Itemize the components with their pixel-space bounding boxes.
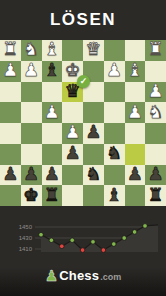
square-g4[interactable]	[125, 123, 146, 144]
pawn-logo-icon: ♟	[45, 267, 58, 285]
square-h6[interactable]: ♟	[145, 82, 166, 103]
data-point-5-red	[80, 248, 85, 253]
white-knight[interactable]: ♞	[23, 40, 39, 58]
header-title: LÖSEN	[50, 10, 116, 30]
black-rook[interactable]: ♜	[44, 186, 60, 204]
square-f4[interactable]	[104, 123, 125, 144]
square-b2[interactable]: ♟	[21, 165, 42, 186]
white-pawn[interactable]: ♟	[23, 61, 39, 79]
black-pawn[interactable]: ♟	[148, 165, 164, 183]
black-bishop[interactable]: ♝	[44, 61, 60, 79]
square-b5[interactable]	[21, 102, 42, 123]
ytick-label-1430: 1430	[19, 235, 33, 241]
square-g2[interactable]: ♟	[125, 165, 146, 186]
square-g8[interactable]	[125, 40, 146, 61]
square-a6[interactable]	[0, 82, 21, 103]
logo-suffix-text: .com	[100, 272, 121, 282]
square-f6[interactable]	[104, 82, 125, 103]
square-a4[interactable]	[0, 123, 21, 144]
square-e2[interactable]: ♞	[83, 165, 104, 186]
chesscom-logo[interactable]: ♟ Chess .com	[0, 266, 166, 288]
ad-screen: LÖSEN ✓ ♜♞♝♛♜♟♟♝♚♟♝♛♟♟♟♞♟♟♟♞♟♟♟♞♟♟♚♜♝♜ 1…	[0, 0, 166, 296]
square-g7[interactable]: ♝	[125, 61, 146, 82]
white-rook[interactable]: ♜	[2, 40, 18, 58]
square-f3[interactable]: ♞	[104, 144, 125, 165]
data-point-10-green	[132, 230, 137, 235]
square-a7[interactable]: ♟	[0, 61, 21, 82]
square-b3[interactable]	[21, 144, 42, 165]
square-e4[interactable]: ♟	[83, 123, 104, 144]
square-c6[interactable]	[42, 82, 63, 103]
white-pawn[interactable]: ♟	[65, 123, 81, 141]
stats-panel: 145014301410 ♟ Chess .com	[0, 206, 166, 296]
data-point-1-green	[39, 232, 44, 237]
square-c3[interactable]	[42, 144, 63, 165]
square-g6[interactable]	[125, 82, 146, 103]
square-e5[interactable]	[83, 102, 104, 123]
square-h7[interactable]	[145, 61, 166, 82]
square-d3[interactable]: ♟	[62, 144, 83, 165]
white-pawn[interactable]: ♟	[127, 103, 143, 121]
data-point-9-green	[122, 236, 127, 241]
square-e8[interactable]: ♛	[83, 40, 104, 61]
data-point-6-green	[91, 240, 96, 245]
square-b8[interactable]: ♞	[21, 40, 42, 61]
square-a5[interactable]	[0, 102, 21, 123]
white-rook[interactable]: ♜	[148, 40, 164, 58]
square-c8[interactable]: ♝	[42, 40, 63, 61]
square-h8[interactable]: ♜	[145, 40, 166, 61]
black-rook[interactable]: ♜	[148, 186, 164, 204]
black-king[interactable]: ♚	[23, 186, 39, 204]
data-point-11-green	[143, 224, 148, 229]
square-b7[interactable]: ♟	[21, 61, 42, 82]
square-h3[interactable]	[145, 144, 166, 165]
black-bishop[interactable]: ♝	[106, 186, 122, 204]
square-d5[interactable]	[62, 102, 83, 123]
white-queen[interactable]: ♛	[85, 40, 101, 58]
black-pawn[interactable]: ♟	[2, 165, 18, 183]
white-pawn[interactable]: ♟	[2, 61, 18, 79]
square-c7[interactable]: ♝	[42, 61, 63, 82]
square-h5[interactable]: ♞	[145, 102, 166, 123]
data-point-2-green	[49, 238, 54, 243]
square-d8[interactable]	[62, 40, 83, 61]
square-b1[interactable]: ♚	[21, 185, 42, 206]
white-pawn[interactable]: ♟	[44, 103, 60, 121]
white-bishop[interactable]: ♝	[44, 40, 60, 58]
square-c2[interactable]: ♟	[42, 165, 63, 186]
data-point-3-red	[60, 244, 65, 249]
black-knight[interactable]: ♞	[85, 165, 101, 183]
square-f1[interactable]: ♝	[104, 185, 125, 206]
logo-brand-text: Chess	[59, 268, 99, 283]
white-bishop[interactable]: ♝	[127, 61, 143, 79]
data-point-4-green	[70, 238, 75, 243]
square-h1[interactable]: ♜	[145, 185, 166, 206]
black-pawn[interactable]: ♟	[23, 165, 39, 183]
square-e1[interactable]	[83, 185, 104, 206]
square-f8[interactable]	[104, 40, 125, 61]
black-pawn[interactable]: ♟	[127, 165, 143, 183]
square-f7[interactable]: ♟	[104, 61, 125, 82]
square-f5[interactable]	[104, 102, 125, 123]
square-a1[interactable]	[0, 185, 21, 206]
square-c4[interactable]	[42, 123, 63, 144]
black-pawn[interactable]: ♟	[65, 144, 81, 162]
data-point-7-red	[101, 248, 106, 253]
ytick-label-1410: 1410	[19, 246, 33, 252]
square-g5[interactable]: ♟	[125, 102, 146, 123]
square-d4[interactable]: ♟	[62, 123, 83, 144]
square-f2[interactable]	[104, 165, 125, 186]
square-a2[interactable]: ♟	[0, 165, 21, 186]
square-h2[interactable]: ♟	[145, 165, 166, 186]
correct-move-badge: ✓	[77, 75, 90, 88]
black-pawn[interactable]: ♟	[44, 165, 60, 183]
square-a8[interactable]: ♜	[0, 40, 21, 61]
square-h4[interactable]	[145, 123, 166, 144]
square-b6[interactable]	[21, 82, 42, 103]
square-d2[interactable]	[62, 165, 83, 186]
header: LÖSEN	[0, 0, 166, 40]
square-a3[interactable]	[0, 144, 21, 165]
black-pawn[interactable]: ♟	[85, 123, 101, 141]
rating-chart: 145014301410	[8, 216, 160, 262]
square-g3[interactable]	[125, 144, 146, 165]
white-knight[interactable]: ♞	[148, 103, 164, 121]
checkmark-icon: ✓	[80, 77, 88, 86]
square-g1[interactable]	[125, 185, 146, 206]
square-b4[interactable]	[21, 123, 42, 144]
chess-board[interactable]: ✓ ♜♞♝♛♜♟♟♝♚♟♝♛♟♟♟♞♟♟♟♞♟♟♟♞♟♟♚♜♝♜	[0, 40, 166, 206]
ytick-label-1450: 1450	[19, 224, 33, 230]
black-knight[interactable]: ♞	[106, 144, 122, 162]
white-pawn[interactable]: ♟	[148, 82, 164, 100]
square-c5[interactable]: ♟	[42, 102, 63, 123]
white-pawn[interactable]: ♟	[106, 61, 122, 79]
square-e3[interactable]	[83, 144, 104, 165]
data-point-8-green	[112, 242, 117, 247]
square-c1[interactable]: ♜	[42, 185, 63, 206]
square-d1[interactable]	[62, 185, 83, 206]
